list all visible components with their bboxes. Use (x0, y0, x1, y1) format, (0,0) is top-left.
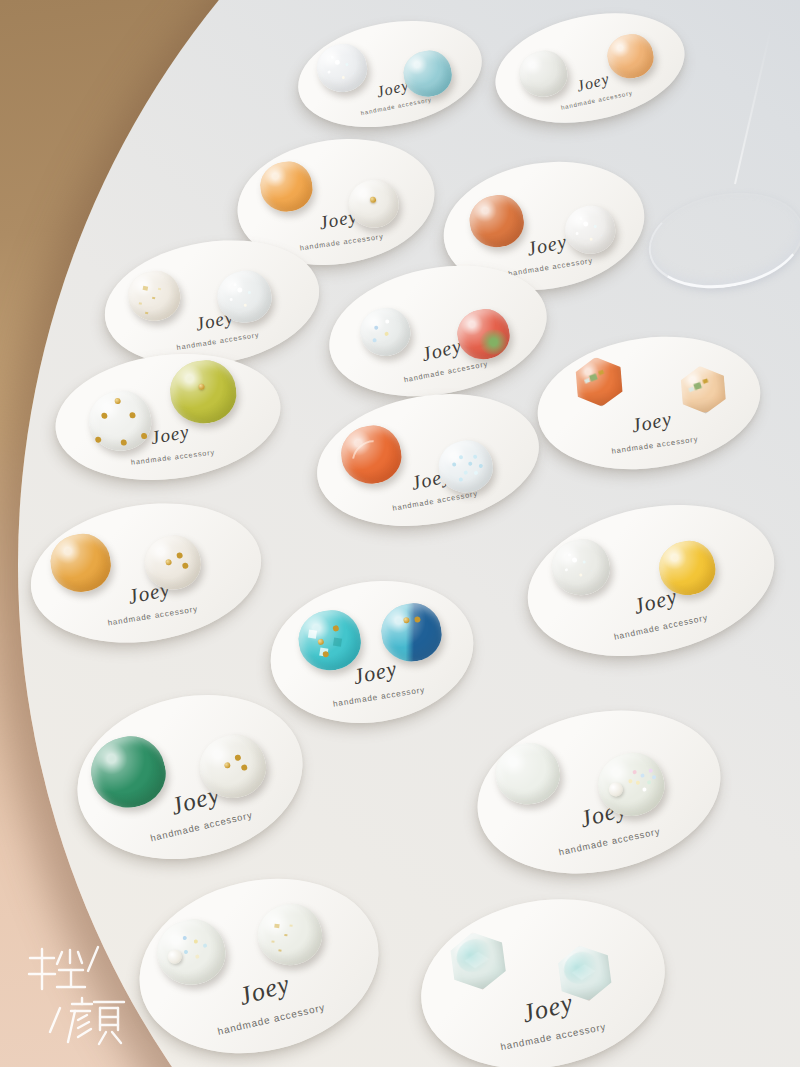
earring-stud (257, 158, 315, 215)
earring-stud (676, 364, 730, 416)
earring-stud (337, 421, 406, 489)
brand-name: Joey (519, 988, 576, 1030)
brand-tagline: handmade accessory (216, 1002, 326, 1037)
earring-stud (166, 357, 239, 428)
brand-tagline: handmade accessory (130, 448, 215, 467)
brand-tagline: handmade accessory (613, 612, 709, 642)
brand-tagline: handmade accessory (332, 685, 425, 708)
earring-stud (251, 898, 327, 972)
earring-stud (356, 304, 414, 361)
earring-stud (562, 203, 619, 258)
earring-stud (604, 30, 658, 83)
brand-name: Joey (525, 229, 570, 260)
earring-stud (124, 267, 183, 325)
earring-stud (466, 192, 527, 252)
photo-scene: Joeyhandmade accessoryJoeyhandmade acces… (0, 0, 800, 1067)
brand-name: Joey (149, 421, 191, 449)
brand-tagline: handmade accessory (611, 434, 699, 455)
brand-tagline: handmade accessory (507, 255, 593, 277)
brand-name: Joey (575, 70, 612, 96)
earring-stud (151, 913, 232, 992)
brand-tagline: handmade accessory (403, 359, 489, 384)
brand-name: Joey (236, 969, 294, 1012)
earring-stud (84, 729, 172, 815)
earring-stud (313, 40, 371, 97)
ulike-watermark (26, 944, 130, 1054)
brand-name: Joey (630, 407, 674, 437)
earring-stud (86, 387, 155, 454)
brand-tagline: handmade accessory (176, 331, 260, 352)
earring-stud (47, 530, 115, 597)
brand-tagline: handmade accessory (558, 826, 661, 857)
earring-stud (515, 46, 572, 101)
brand-tagline: handmade accessory (360, 96, 432, 116)
brand-tagline: handmade accessory (560, 90, 633, 111)
brand-tagline: handmade accessory (149, 810, 253, 843)
brand-name: Joey (351, 656, 400, 691)
earring-stud (547, 534, 615, 601)
brand-tagline: handmade accessory (107, 605, 199, 628)
brand-tagline: handmade accessory (499, 1021, 607, 1052)
earring-stud (571, 355, 627, 409)
brand-tagline: handmade accessory (299, 232, 384, 253)
earring-stud (444, 928, 512, 994)
